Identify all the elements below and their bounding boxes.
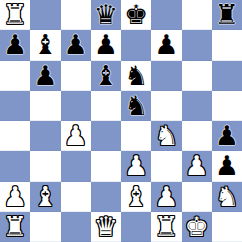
piece-white-rook[interactable]: ♜ (154, 212, 178, 242)
piece-black-pawn[interactable]: ♟ (215, 151, 239, 181)
square-b2[interactable]: ♝ (30, 182, 60, 212)
piece-white-king[interactable]: ♚ (185, 212, 209, 242)
square-a7[interactable]: ♟ (0, 30, 30, 60)
square-g3[interactable]: ♟ (182, 151, 212, 181)
square-a8[interactable]: ♜ (0, 0, 30, 30)
piece-black-pawn[interactable]: ♟ (33, 61, 57, 91)
square-f6[interactable] (151, 61, 181, 91)
square-d1[interactable]: ♛ (91, 212, 121, 242)
square-c2[interactable] (61, 182, 91, 212)
square-g1[interactable]: ♚ (182, 212, 212, 242)
square-e6[interactable]: ♞ (121, 61, 151, 91)
square-b5[interactable] (30, 91, 60, 121)
square-f1[interactable]: ♜ (151, 212, 181, 242)
square-e4[interactable] (121, 121, 151, 151)
square-b4[interactable] (30, 121, 60, 151)
piece-black-pawn[interactable]: ♟ (64, 30, 88, 60)
piece-white-bishop[interactable]: ♝ (33, 182, 57, 212)
square-h2[interactable]: ♞ (212, 182, 242, 212)
piece-white-rook[interactable]: ♜ (3, 0, 27, 30)
square-g2[interactable] (182, 182, 212, 212)
square-g4[interactable] (182, 121, 212, 151)
square-a5[interactable] (0, 91, 30, 121)
piece-white-queen[interactable]: ♛ (94, 212, 118, 242)
square-h4[interactable]: ♟ (212, 121, 242, 151)
square-c3[interactable] (61, 151, 91, 181)
piece-white-knight[interactable]: ♞ (215, 182, 239, 212)
square-g5[interactable] (182, 91, 212, 121)
piece-black-pawn[interactable]: ♟ (215, 121, 239, 151)
piece-white-knight[interactable]: ♞ (154, 121, 178, 151)
square-b3[interactable] (30, 151, 60, 181)
piece-black-pawn[interactable]: ♟ (3, 30, 27, 60)
square-h7[interactable] (212, 30, 242, 60)
square-d2[interactable] (91, 182, 121, 212)
square-e5[interactable]: ♞ (121, 91, 151, 121)
square-h5[interactable] (212, 91, 242, 121)
square-c6[interactable] (61, 61, 91, 91)
piece-white-pawn[interactable]: ♟ (3, 182, 27, 212)
square-f4[interactable]: ♞ (151, 121, 181, 151)
square-c1[interactable] (61, 212, 91, 242)
square-d5[interactable] (91, 91, 121, 121)
square-c4[interactable]: ♟ (61, 121, 91, 151)
square-a6[interactable] (0, 61, 30, 91)
piece-black-king[interactable]: ♚ (124, 0, 148, 30)
square-f3[interactable] (151, 151, 181, 181)
square-e2[interactable]: ♝ (121, 182, 151, 212)
square-g8[interactable] (182, 0, 212, 30)
square-f8[interactable] (151, 0, 181, 30)
chess-board: ♜♛♚♜♟♝♟♟♟♟♝♞♞♟♞♟♟♟♟♟♝♝♟♞♜♛♜♚ (0, 0, 242, 242)
square-g6[interactable] (182, 61, 212, 91)
piece-white-pawn[interactable]: ♟ (154, 182, 178, 212)
square-h1[interactable] (212, 212, 242, 242)
piece-black-bishop[interactable]: ♝ (94, 61, 118, 91)
piece-white-rook[interactable]: ♜ (3, 212, 27, 242)
square-d8[interactable]: ♛ (91, 0, 121, 30)
square-a4[interactable] (0, 121, 30, 151)
square-e3[interactable]: ♟ (121, 151, 151, 181)
piece-white-pawn[interactable]: ♟ (64, 121, 88, 151)
square-b7[interactable]: ♝ (30, 30, 60, 60)
square-d3[interactable] (91, 151, 121, 181)
square-e8[interactable]: ♚ (121, 0, 151, 30)
square-g7[interactable] (182, 30, 212, 60)
square-d4[interactable] (91, 121, 121, 151)
piece-black-pawn[interactable]: ♟ (94, 30, 118, 60)
square-e7[interactable] (121, 30, 151, 60)
square-h8[interactable]: ♜ (212, 0, 242, 30)
square-c8[interactable] (61, 0, 91, 30)
square-f2[interactable]: ♟ (151, 182, 181, 212)
piece-white-pawn[interactable]: ♟ (124, 151, 148, 181)
piece-white-pawn[interactable]: ♟ (185, 151, 209, 181)
square-b1[interactable] (30, 212, 60, 242)
square-d6[interactable]: ♝ (91, 61, 121, 91)
square-a2[interactable]: ♟ (0, 182, 30, 212)
square-h3[interactable]: ♟ (212, 151, 242, 181)
square-e1[interactable] (121, 212, 151, 242)
square-a3[interactable] (0, 151, 30, 181)
piece-white-bishop[interactable]: ♝ (124, 182, 148, 212)
piece-black-knight[interactable]: ♞ (124, 91, 148, 121)
piece-black-rook[interactable]: ♜ (215, 0, 239, 30)
piece-black-bishop[interactable]: ♝ (33, 30, 57, 60)
square-a1[interactable]: ♜ (0, 212, 30, 242)
piece-black-pawn[interactable]: ♟ (154, 30, 178, 60)
square-f7[interactable]: ♟ (151, 30, 181, 60)
piece-black-queen[interactable]: ♛ (94, 0, 118, 30)
square-c5[interactable] (61, 91, 91, 121)
square-h6[interactable] (212, 61, 242, 91)
piece-black-knight[interactable]: ♞ (124, 61, 148, 91)
square-c7[interactable]: ♟ (61, 30, 91, 60)
square-d7[interactable]: ♟ (91, 30, 121, 60)
square-f5[interactable] (151, 91, 181, 121)
square-b8[interactable] (30, 0, 60, 30)
square-b6[interactable]: ♟ (30, 61, 60, 91)
